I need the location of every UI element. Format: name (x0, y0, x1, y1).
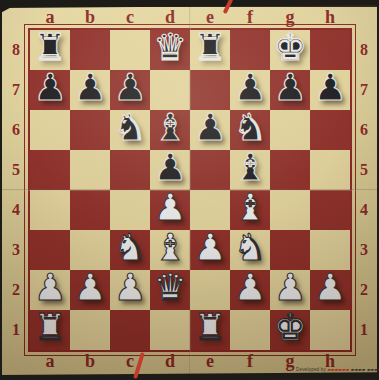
white-knight-c3: ♞ (113, 228, 146, 268)
square-d3: ♝ (150, 230, 190, 270)
square-d1 (150, 310, 190, 350)
file-label-g: g (270, 5, 310, 29)
file-label-b: b (70, 5, 110, 29)
white-pawn-c2: ♟ (113, 268, 146, 308)
square-a7: ♟ (30, 70, 70, 110)
rank-label-4: 4 (351, 190, 377, 230)
square-f3: ♞ (230, 230, 270, 270)
rank-label-2: 2 (3, 270, 29, 310)
white-pawn-f2: ♟ (233, 268, 266, 308)
square-f1 (230, 310, 270, 350)
rank-label-7: 7 (351, 70, 377, 110)
credit-brand: ▰▰▰▰▰▰ (327, 367, 349, 372)
white-king-g1: ♚ (273, 308, 306, 348)
square-a1: ♜ (30, 310, 70, 350)
square-a6 (30, 110, 70, 150)
square-a5 (30, 150, 70, 190)
square-e1: ♜ (190, 310, 230, 350)
white-pawn-a2: ♟ (33, 268, 66, 308)
square-b1 (70, 310, 110, 350)
square-f6: ♞ (230, 110, 270, 150)
square-g5 (270, 150, 310, 190)
square-e6: ♟ (190, 110, 230, 150)
white-pawn-h2: ♟ (313, 268, 346, 308)
black-knight-f6: ♞ (233, 108, 266, 148)
square-h5 (310, 150, 350, 190)
rank-label-3: 3 (351, 230, 377, 270)
white-rook-a1: ♜ (33, 308, 66, 348)
square-a3 (30, 230, 70, 270)
file-label-d: d (150, 5, 190, 29)
rank-label-6: 6 (3, 110, 29, 150)
white-knight-f3: ♞ (233, 228, 266, 268)
square-c1 (110, 310, 150, 350)
square-f5: ♝ (230, 150, 270, 190)
file-label-f: f (230, 349, 270, 374)
white-pawn-d4: ♟ (153, 188, 186, 228)
square-e3: ♟ (190, 230, 230, 270)
wall-background-left (0, 0, 2, 380)
file-label-a: a (30, 349, 70, 374)
square-h8 (310, 30, 350, 70)
square-h7: ♟ (310, 70, 350, 110)
square-f7: ♟ (230, 70, 270, 110)
square-a8: ♜ (30, 30, 70, 70)
square-h3 (310, 230, 350, 270)
file-label-b: b (70, 349, 110, 374)
black-pawn-d5: ♟ (153, 148, 186, 188)
white-pawn-b2: ♟ (73, 268, 106, 308)
black-pawn-h7: ♟ (313, 68, 346, 108)
square-d6: ♝ (150, 110, 190, 150)
manufacturer-credit: Developed by ▰▰▰▰▰▰ ▰▰▰▰ ▰▰▰▰▰▰ (296, 367, 379, 372)
square-b3 (70, 230, 110, 270)
square-c3: ♞ (110, 230, 150, 270)
file-label-e: e (190, 349, 230, 374)
black-rook-e8: ♜ (193, 28, 226, 68)
rank-label-6: 6 (351, 110, 377, 150)
square-d7 (150, 70, 190, 110)
square-g1: ♚ (270, 310, 310, 350)
square-e8: ♜ (190, 30, 230, 70)
black-queen-d8: ♛ (153, 28, 186, 68)
square-g2: ♟ (270, 270, 310, 310)
rank-label-8: 8 (351, 30, 377, 70)
rank-label-4: 4 (3, 190, 29, 230)
white-bishop-d3: ♝ (153, 228, 186, 268)
square-e7 (190, 70, 230, 110)
black-bishop-d6: ♝ (153, 108, 186, 148)
square-b8 (70, 30, 110, 70)
white-pawn-g2: ♟ (273, 268, 306, 308)
square-h4 (310, 190, 350, 230)
white-pawn-e3: ♟ (193, 228, 226, 268)
chess-board-grid: ♜♛♜♚♟♟♟♟♟♟♞♝♟♞♟♝♟♝♞♝♟♞♟♟♟♛♟♟♟♜♜♚ (28, 28, 352, 352)
white-rook-e1: ♜ (193, 308, 226, 348)
square-d4: ♟ (150, 190, 190, 230)
square-e2 (190, 270, 230, 310)
rank-label-3: 3 (3, 230, 29, 270)
file-label-c: c (110, 5, 150, 29)
square-c5 (110, 150, 150, 190)
square-g8: ♚ (270, 30, 310, 70)
black-pawn-b7: ♟ (73, 68, 106, 108)
square-g6 (270, 110, 310, 150)
rank-label-7: 7 (3, 70, 29, 110)
square-b2: ♟ (70, 270, 110, 310)
square-a4 (30, 190, 70, 230)
black-bishop-f5: ♝ (233, 148, 266, 188)
file-label-f: f (230, 5, 270, 29)
black-rook-a8: ♜ (33, 28, 66, 68)
square-c8 (110, 30, 150, 70)
square-f8 (230, 30, 270, 70)
square-g4 (270, 190, 310, 230)
square-e4 (190, 190, 230, 230)
square-d2: ♛ (150, 270, 190, 310)
rank-label-5: 5 (351, 150, 377, 190)
square-a2: ♟ (30, 270, 70, 310)
file-label-a: a (30, 5, 70, 29)
square-h2: ♟ (310, 270, 350, 310)
square-c2: ♟ (110, 270, 150, 310)
rank-label-1: 1 (3, 310, 29, 350)
square-b4 (70, 190, 110, 230)
black-pawn-g7: ♟ (273, 68, 306, 108)
square-b6 (70, 110, 110, 150)
file-label-h: h (310, 5, 350, 29)
square-f2: ♟ (230, 270, 270, 310)
rank-labels-left: 87654321 (3, 30, 29, 350)
white-queen-d2: ♛ (153, 268, 186, 308)
square-h6 (310, 110, 350, 150)
demonstration-board-photo: abcdefgh 87654321 87654321 abcdefgh ♜♛♜♚… (0, 0, 379, 380)
black-pawn-f7: ♟ (233, 68, 266, 108)
black-pawn-a7: ♟ (33, 68, 66, 108)
credit-suffix: ▰▰▰▰ ▰▰▰▰▰▰ (349, 367, 379, 372)
file-labels-top: abcdefgh (30, 5, 350, 29)
white-bishop-f4: ♝ (233, 188, 266, 228)
square-e5 (190, 150, 230, 190)
rank-label-8: 8 (3, 30, 29, 70)
rank-label-5: 5 (3, 150, 29, 190)
black-pawn-c7: ♟ (113, 68, 146, 108)
rank-label-2: 2 (351, 270, 377, 310)
file-label-d: d (150, 349, 190, 374)
square-c7: ♟ (110, 70, 150, 110)
square-d5: ♟ (150, 150, 190, 190)
square-c4 (110, 190, 150, 230)
black-king-g8: ♚ (273, 28, 306, 68)
square-b7: ♟ (70, 70, 110, 110)
square-d8: ♛ (150, 30, 190, 70)
square-g7: ♟ (270, 70, 310, 110)
square-f4: ♝ (230, 190, 270, 230)
credit-prefix: Developed by (296, 367, 327, 372)
square-c6: ♞ (110, 110, 150, 150)
black-knight-c6: ♞ (113, 108, 146, 148)
black-pawn-e6: ♟ (193, 108, 226, 148)
square-g3 (270, 230, 310, 270)
square-h1 (310, 310, 350, 350)
square-b5 (70, 150, 110, 190)
rank-labels-right: 87654321 (351, 30, 377, 350)
rank-label-1: 1 (351, 310, 377, 350)
